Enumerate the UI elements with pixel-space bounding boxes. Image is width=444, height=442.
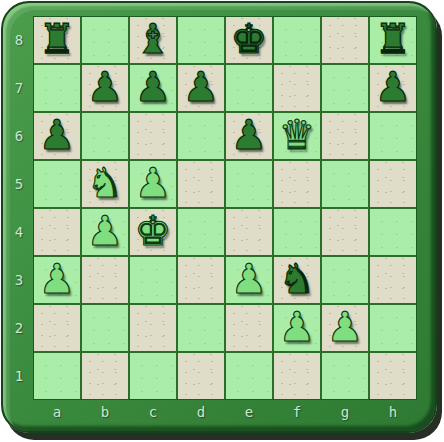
light-queen-f6[interactable]: ♛ bbox=[279, 113, 316, 157]
square-g1[interactable] bbox=[322, 353, 368, 399]
dark-knight-f3[interactable]: ♞ bbox=[279, 257, 316, 301]
square-a5[interactable] bbox=[34, 161, 80, 207]
square-c4[interactable]: ♚ bbox=[130, 209, 176, 255]
file-label-h: h bbox=[369, 401, 417, 423]
square-e6[interactable]: ♟ bbox=[226, 113, 272, 159]
square-d4[interactable] bbox=[178, 209, 224, 255]
dark-king-e8[interactable]: ♚ bbox=[231, 17, 268, 61]
square-b4[interactable]: ♟ bbox=[82, 209, 128, 255]
square-g4[interactable] bbox=[322, 209, 368, 255]
rank-label-4: 4 bbox=[7, 208, 31, 256]
dark-bishop-c8[interactable]: ♝ bbox=[135, 17, 172, 61]
square-g5[interactable] bbox=[322, 161, 368, 207]
square-e2[interactable] bbox=[226, 305, 272, 351]
square-f6[interactable]: ♛ bbox=[274, 113, 320, 159]
rank-label-3: 3 bbox=[7, 256, 31, 304]
dark-pawn-b7[interactable]: ♟ bbox=[87, 65, 124, 109]
light-pawn-f2[interactable]: ♟ bbox=[279, 305, 316, 349]
dark-pawn-h7[interactable]: ♟ bbox=[375, 65, 412, 109]
square-a3[interactable]: ♟ bbox=[34, 257, 80, 303]
square-e5[interactable] bbox=[226, 161, 272, 207]
square-d7[interactable]: ♟ bbox=[178, 65, 224, 111]
square-f7[interactable] bbox=[274, 65, 320, 111]
square-h2[interactable] bbox=[370, 305, 416, 351]
square-b6[interactable] bbox=[82, 113, 128, 159]
square-c7[interactable]: ♟ bbox=[130, 65, 176, 111]
square-h1[interactable] bbox=[370, 353, 416, 399]
dark-pawn-e6[interactable]: ♟ bbox=[231, 113, 268, 157]
file-label-d: d bbox=[177, 401, 225, 423]
rank-label-7: 7 bbox=[7, 64, 31, 112]
square-h4[interactable] bbox=[370, 209, 416, 255]
square-f3[interactable]: ♞ bbox=[274, 257, 320, 303]
file-label-c: c bbox=[129, 401, 177, 423]
square-d6[interactable] bbox=[178, 113, 224, 159]
square-b2[interactable] bbox=[82, 305, 128, 351]
square-c8[interactable]: ♝ bbox=[130, 17, 176, 63]
chess-board: ♜♝♚♜♟♟♟♟♟♟♛♞♟♟♚♟♟♞♟♟ bbox=[33, 16, 417, 400]
square-g3[interactable] bbox=[322, 257, 368, 303]
light-pawn-a3[interactable]: ♟ bbox=[39, 257, 76, 301]
file-label-e: e bbox=[225, 401, 273, 423]
square-b1[interactable] bbox=[82, 353, 128, 399]
dark-pawn-c7[interactable]: ♟ bbox=[135, 65, 172, 109]
square-g6[interactable] bbox=[322, 113, 368, 159]
square-d8[interactable] bbox=[178, 17, 224, 63]
square-b3[interactable] bbox=[82, 257, 128, 303]
light-king-c4[interactable]: ♚ bbox=[135, 209, 172, 253]
square-h5[interactable] bbox=[370, 161, 416, 207]
square-e7[interactable] bbox=[226, 65, 272, 111]
square-g7[interactable] bbox=[322, 65, 368, 111]
light-pawn-g2[interactable]: ♟ bbox=[327, 305, 364, 349]
light-pawn-e3[interactable]: ♟ bbox=[231, 257, 268, 301]
rank-label-5: 5 bbox=[7, 160, 31, 208]
file-label-a: a bbox=[33, 401, 81, 423]
dark-pawn-d7[interactable]: ♟ bbox=[183, 65, 220, 109]
square-a1[interactable] bbox=[34, 353, 80, 399]
file-label-b: b bbox=[81, 401, 129, 423]
square-c6[interactable] bbox=[130, 113, 176, 159]
square-h8[interactable]: ♜ bbox=[370, 17, 416, 63]
dark-pawn-a6[interactable]: ♟ bbox=[39, 113, 76, 157]
file-label-f: f bbox=[273, 401, 321, 423]
file-label-g: g bbox=[321, 401, 369, 423]
square-d2[interactable] bbox=[178, 305, 224, 351]
square-a8[interactable]: ♜ bbox=[34, 17, 80, 63]
dark-rook-a8[interactable]: ♜ bbox=[39, 17, 76, 61]
square-a6[interactable]: ♟ bbox=[34, 113, 80, 159]
dark-rook-h8[interactable]: ♜ bbox=[375, 17, 412, 61]
square-f8[interactable] bbox=[274, 17, 320, 63]
square-e8[interactable]: ♚ bbox=[226, 17, 272, 63]
chess-app: ♜♝♚♜♟♟♟♟♟♟♛♞♟♟♚♟♟♞♟♟ 87654321abcdefgh bbox=[0, 0, 444, 442]
square-g8[interactable] bbox=[322, 17, 368, 63]
square-d3[interactable] bbox=[178, 257, 224, 303]
rank-label-8: 8 bbox=[7, 16, 31, 64]
square-f5[interactable] bbox=[274, 161, 320, 207]
rank-label-6: 6 bbox=[7, 112, 31, 160]
square-h6[interactable] bbox=[370, 113, 416, 159]
square-g2[interactable]: ♟ bbox=[322, 305, 368, 351]
rank-label-1: 1 bbox=[7, 352, 31, 400]
light-pawn-c5[interactable]: ♟ bbox=[135, 161, 172, 205]
square-b7[interactable]: ♟ bbox=[82, 65, 128, 111]
square-h3[interactable] bbox=[370, 257, 416, 303]
rank-label-2: 2 bbox=[7, 304, 31, 352]
square-c3[interactable] bbox=[130, 257, 176, 303]
square-f2[interactable]: ♟ bbox=[274, 305, 320, 351]
square-e1[interactable] bbox=[226, 353, 272, 399]
light-pawn-b4[interactable]: ♟ bbox=[87, 209, 124, 253]
square-d1[interactable] bbox=[178, 353, 224, 399]
square-b5[interactable]: ♞ bbox=[82, 161, 128, 207]
square-b8[interactable] bbox=[82, 17, 128, 63]
square-a4[interactable] bbox=[34, 209, 80, 255]
square-c1[interactable] bbox=[130, 353, 176, 399]
square-h7[interactable]: ♟ bbox=[370, 65, 416, 111]
square-d5[interactable] bbox=[178, 161, 224, 207]
square-f1[interactable] bbox=[274, 353, 320, 399]
square-a7[interactable] bbox=[34, 65, 80, 111]
square-f4[interactable] bbox=[274, 209, 320, 255]
square-c2[interactable] bbox=[130, 305, 176, 351]
square-c5[interactable]: ♟ bbox=[130, 161, 176, 207]
light-knight-b5[interactable]: ♞ bbox=[87, 161, 124, 205]
square-e3[interactable]: ♟ bbox=[226, 257, 272, 303]
square-e4[interactable] bbox=[226, 209, 272, 255]
square-a2[interactable] bbox=[34, 305, 80, 351]
